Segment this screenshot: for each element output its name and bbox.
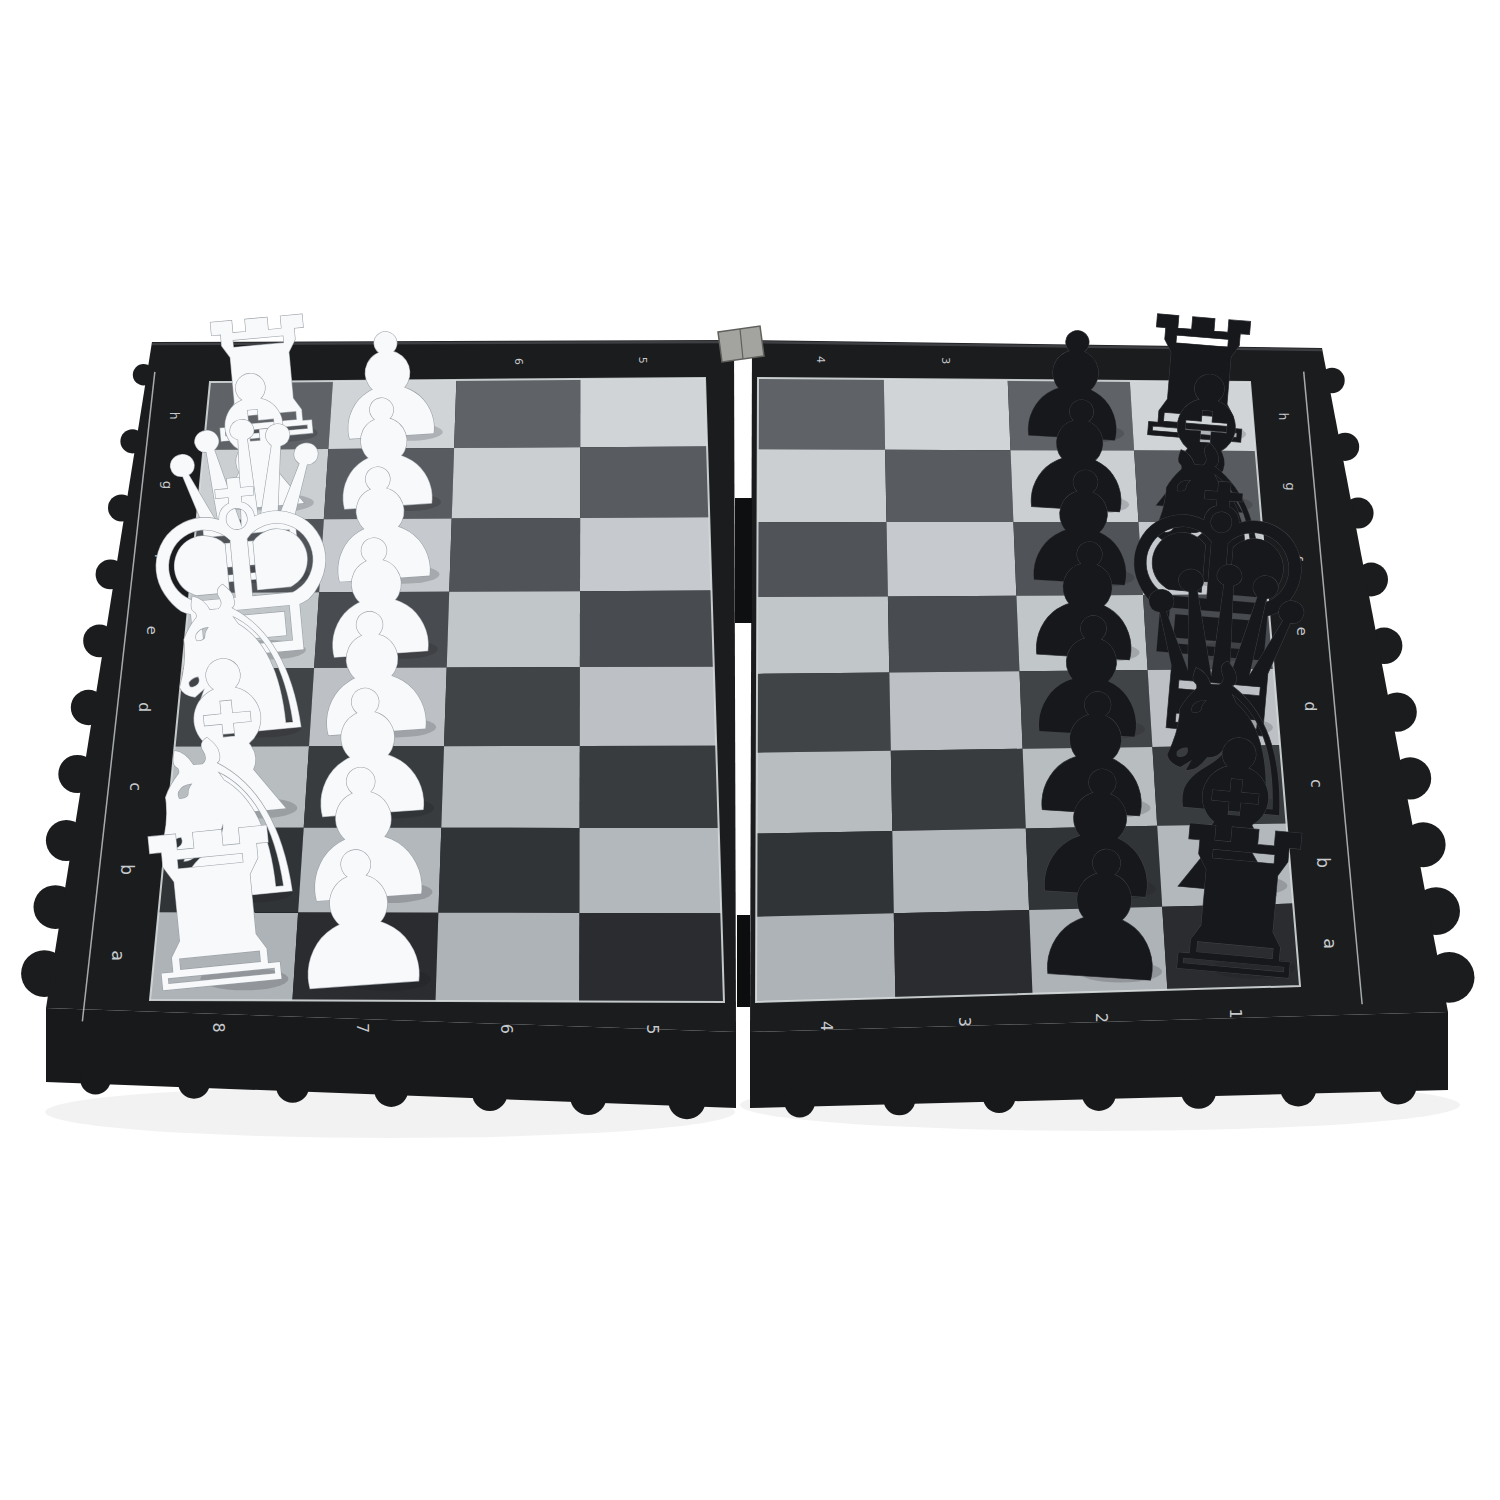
product-photo: hgfedcba88776655hgfedcba44332211♟♜♟♜♟♝♟♝… [0,0,1500,1500]
square-b5[interactable] [580,828,722,913]
square-g4[interactable] [758,449,887,522]
square-h3[interactable] [884,379,1011,450]
square-a3[interactable] [894,910,1033,998]
square-a5[interactable] [579,913,724,1002]
square-h6[interactable] [454,379,580,448]
square-d5[interactable] [580,667,716,746]
square-a4[interactable] [756,913,895,1002]
square-c5[interactable] [580,746,719,828]
rank-label-top-3: 3 [939,357,952,364]
square-h5[interactable] [580,378,707,447]
square-d3[interactable] [889,671,1022,750]
square-g6[interactable] [452,447,581,518]
rank-label-bottom-5: 5 [642,1024,661,1034]
chess-set-photo: hgfedcba88776655hgfedcba44332211♟♜♟♜♟♝♟♝… [0,0,1500,1500]
square-e4[interactable] [757,596,889,674]
rank-label-top-5: 5 [636,357,649,364]
square-e3[interactable] [888,596,1020,673]
square-e5[interactable] [580,591,714,668]
square-b6[interactable] [438,828,579,913]
square-g5[interactable] [580,446,709,518]
rank-label-bottom-4: 4 [817,1021,836,1031]
square-d4[interactable] [757,673,891,753]
square-b3[interactable] [892,828,1029,913]
rank-label-top-4: 4 [814,356,827,363]
square-f4[interactable] [757,522,888,597]
square-d6[interactable] [444,667,580,746]
square-f5[interactable] [580,517,712,591]
square-c3[interactable] [891,749,1026,831]
rank-label-bottom-3: 3 [955,1017,974,1027]
square-a6[interactable] [436,913,580,1002]
square-g3[interactable] [885,450,1013,522]
piece-black-pawn-a2[interactable]: ♟ [1018,810,1188,1023]
square-c6[interactable] [441,746,580,828]
rank-label-top-6: 6 [512,358,525,365]
square-h4[interactable] [758,378,885,450]
square-f6[interactable] [449,518,580,592]
square-c4[interactable] [757,751,893,834]
piece-white-pawn-a7[interactable]: ♟ [270,807,451,1034]
square-f3[interactable] [887,522,1017,596]
square-b4[interactable] [756,831,894,917]
square-e6[interactable] [447,591,580,667]
rank-label-bottom-6: 6 [497,1024,516,1034]
